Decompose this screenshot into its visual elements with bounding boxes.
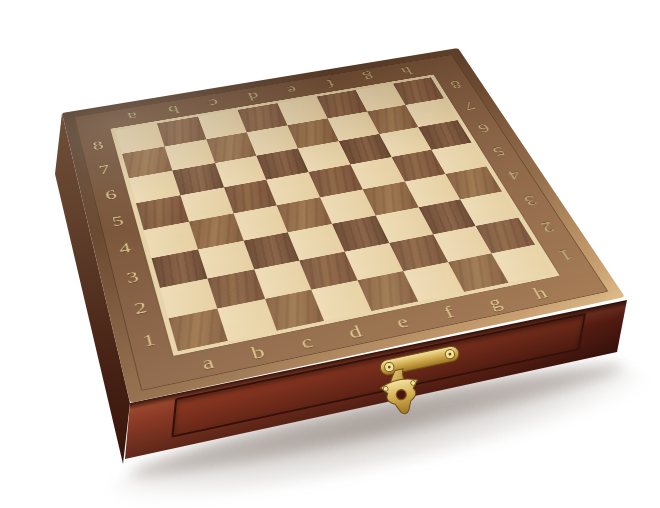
board-squares bbox=[116, 77, 553, 351]
brass-latch-icon bbox=[352, 339, 472, 427]
chess-box-scene: aabbccddeeffgghh8877665544332211 bbox=[0, 0, 660, 508]
